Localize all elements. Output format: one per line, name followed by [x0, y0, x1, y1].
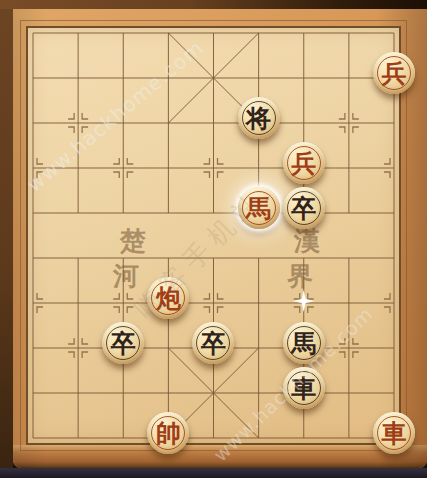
point-4-4[interactable]	[146, 146, 191, 191]
point-1-3[interactable]	[10, 101, 55, 146]
point-2-6[interactable]	[56, 236, 101, 281]
point-4-8[interactable]	[146, 326, 191, 371]
point-8-4[interactable]	[326, 146, 371, 191]
point-6-7[interactable]	[236, 281, 281, 326]
points-grid: 兵将兵馬卒炮卒卒馬車帥車	[10, 11, 416, 461]
piece-character: 車	[381, 421, 406, 446]
point-7-5[interactable]: 卒	[281, 191, 326, 236]
point-6-2[interactable]	[236, 56, 281, 101]
point-9-2[interactable]: 兵	[371, 56, 416, 101]
piece-character: 兵	[381, 61, 406, 86]
point-3-6[interactable]	[101, 236, 146, 281]
point-3-4[interactable]	[101, 146, 146, 191]
point-4-2[interactable]	[146, 56, 191, 101]
point-5-4[interactable]	[191, 146, 236, 191]
point-7-7[interactable]	[281, 281, 326, 326]
point-7-1[interactable]	[281, 11, 326, 56]
point-4-1[interactable]	[146, 11, 191, 56]
piece-character: 車	[291, 376, 316, 401]
red-chariot[interactable]: 車	[373, 412, 415, 454]
point-5-5[interactable]	[191, 191, 236, 236]
point-8-9[interactable]	[326, 371, 371, 416]
point-8-7[interactable]	[326, 281, 371, 326]
point-4-3[interactable]	[146, 101, 191, 146]
piece-character: 将	[246, 106, 271, 131]
point-2-8[interactable]	[56, 326, 101, 371]
point-4-5[interactable]	[146, 191, 191, 236]
point-1-8[interactable]	[10, 326, 55, 371]
black-chariot[interactable]: 車	[283, 367, 325, 409]
red-soldier-2[interactable]: 兵	[283, 142, 325, 184]
point-9-9[interactable]	[371, 371, 416, 416]
point-8-3[interactable]	[326, 101, 371, 146]
point-9-8[interactable]	[371, 326, 416, 371]
table-edge-top	[0, 0, 427, 9]
piece-character: 馬	[246, 196, 271, 221]
point-9-6[interactable]	[371, 236, 416, 281]
point-5-6[interactable]	[191, 236, 236, 281]
point-3-2[interactable]	[101, 56, 146, 101]
black-soldier-2[interactable]: 卒	[102, 322, 144, 364]
point-4-10[interactable]: 帥	[146, 416, 191, 461]
point-1-6[interactable]	[10, 236, 55, 281]
background-bottom	[0, 468, 427, 478]
point-5-2[interactable]	[191, 56, 236, 101]
point-6-4[interactable]	[236, 146, 281, 191]
point-3-8[interactable]: 卒	[101, 326, 146, 371]
point-1-9[interactable]	[10, 371, 55, 416]
point-6-8[interactable]	[236, 326, 281, 371]
point-8-1[interactable]	[326, 11, 371, 56]
point-5-10[interactable]	[191, 416, 236, 461]
black-general[interactable]: 将	[238, 97, 280, 139]
point-6-1[interactable]	[236, 11, 281, 56]
black-soldier-3[interactable]: 卒	[192, 322, 234, 364]
point-7-8[interactable]: 馬	[281, 326, 326, 371]
point-5-1[interactable]	[191, 11, 236, 56]
piece-character: 卒	[291, 196, 316, 221]
point-5-3[interactable]	[191, 101, 236, 146]
piece-character: 帥	[156, 421, 181, 446]
point-3-10[interactable]	[101, 416, 146, 461]
point-8-6[interactable]	[326, 236, 371, 281]
piece-character: 馬	[291, 331, 316, 356]
red-horse[interactable]: 馬	[238, 187, 280, 229]
red-soldier-1[interactable]: 兵	[373, 52, 415, 94]
red-cannon[interactable]: 炮	[147, 277, 189, 319]
point-8-10[interactable]	[326, 416, 371, 461]
piece-character: 炮	[156, 286, 181, 311]
point-8-2[interactable]	[326, 56, 371, 101]
piece-character: 卒	[201, 331, 226, 356]
point-2-4[interactable]	[56, 146, 101, 191]
point-9-7[interactable]	[371, 281, 416, 326]
last-move-sparkle-icon	[293, 290, 315, 312]
point-1-4[interactable]	[10, 146, 55, 191]
point-1-1[interactable]	[10, 11, 55, 56]
point-2-9[interactable]	[56, 371, 101, 416]
piece-character: 兵	[291, 151, 316, 176]
point-6-3[interactable]: 将	[236, 101, 281, 146]
point-2-3[interactable]	[56, 101, 101, 146]
point-4-9[interactable]	[146, 371, 191, 416]
point-1-10[interactable]	[10, 416, 55, 461]
point-6-5[interactable]: 馬	[236, 191, 281, 236]
point-2-5[interactable]	[56, 191, 101, 236]
point-9-10[interactable]: 車	[371, 416, 416, 461]
point-4-6[interactable]	[146, 236, 191, 281]
point-5-7[interactable]	[191, 281, 236, 326]
point-7-2[interactable]	[281, 56, 326, 101]
point-9-1[interactable]	[371, 11, 416, 56]
point-3-9[interactable]	[101, 371, 146, 416]
point-4-7[interactable]: 炮	[146, 281, 191, 326]
point-1-2[interactable]	[10, 56, 55, 101]
point-7-9[interactable]: 車	[281, 371, 326, 416]
point-2-7[interactable]	[56, 281, 101, 326]
point-9-5[interactable]	[371, 191, 416, 236]
point-9-4[interactable]	[371, 146, 416, 191]
red-general[interactable]: 帥	[147, 412, 189, 454]
point-5-8[interactable]: 卒	[191, 326, 236, 371]
point-1-7[interactable]	[10, 281, 55, 326]
point-8-5[interactable]	[326, 191, 371, 236]
black-horse[interactable]: 馬	[283, 322, 325, 364]
point-6-6[interactable]	[236, 236, 281, 281]
point-7-10[interactable]	[281, 416, 326, 461]
point-5-9[interactable]	[191, 371, 236, 416]
point-3-7[interactable]	[101, 281, 146, 326]
xiangqi-board-screen: 楚河 漢界 兵将兵馬卒炮卒卒馬車帥車 www.hackhome.com www.…	[0, 0, 427, 478]
point-2-10[interactable]	[56, 416, 101, 461]
point-3-3[interactable]	[101, 101, 146, 146]
point-6-9[interactable]	[236, 371, 281, 416]
point-7-4[interactable]: 兵	[281, 146, 326, 191]
point-7-6[interactable]	[281, 236, 326, 281]
point-2-1[interactable]	[56, 11, 101, 56]
point-7-3[interactable]	[281, 101, 326, 146]
point-3-5[interactable]	[101, 191, 146, 236]
black-soldier-1[interactable]: 卒	[283, 187, 325, 229]
point-2-2[interactable]	[56, 56, 101, 101]
point-6-10[interactable]	[236, 416, 281, 461]
point-8-8[interactable]	[326, 326, 371, 371]
point-9-3[interactable]	[371, 101, 416, 146]
point-3-1[interactable]	[101, 11, 146, 56]
piece-character: 卒	[111, 331, 136, 356]
point-1-5[interactable]	[10, 191, 55, 236]
